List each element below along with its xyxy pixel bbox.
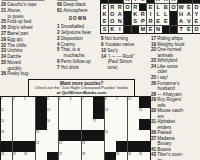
grid-cell: 30: [128, 152, 139, 160]
grid-cell: 15: [1, 119, 12, 130]
grid-cell: Y: [193, 11, 200, 18]
black-cell: [170, 18, 177, 25]
down-clues-column-3: 17 Riding whips19 Weighty book22 One-hor…: [151, 36, 200, 160]
grid-cell: [59, 108, 70, 119]
grid-cell: D: [193, 26, 200, 33]
cell-number: 29: [116, 152, 119, 155]
clue-number: 21: [1, 8, 7, 13]
grid-cell: 20: [105, 130, 116, 141]
clue-item: 17 Riding whips: [151, 36, 200, 41]
cell-number: 7: [82, 97, 84, 100]
black-cell: [47, 152, 58, 160]
grid-cell: [59, 119, 70, 130]
solution-letter: W: [178, 4, 185, 11]
ad-url-text: at QuillDriverBooks.com: [29, 90, 134, 95]
grid-cell: 3: [24, 97, 35, 108]
grid-cell: [116, 119, 127, 130]
clue-item: 27 Barrel part: [1, 31, 55, 37]
cell-number: 8: [105, 97, 107, 100]
solution-letter: I: [147, 11, 154, 18]
clue-item: 41 Boasts: [151, 147, 200, 152]
clue-number: 7: [57, 64, 61, 69]
clue-number: 37: [151, 136, 157, 141]
clue-number: 28: [151, 91, 157, 96]
grid-cell: [70, 141, 81, 152]
solution-letter: E: [101, 18, 108, 25]
solution-letter: K: [132, 11, 139, 18]
grid-cell: [36, 152, 47, 160]
grid-cell: [70, 152, 81, 160]
clue-item: 26 Ship's wheel: [1, 25, 55, 31]
solution-letter: R: [132, 4, 139, 11]
solution-letter: S: [132, 18, 139, 25]
cell-number: 17: [93, 119, 96, 122]
grid-cell: [70, 108, 81, 119]
clue-number: 36: [151, 130, 157, 135]
clue-item: 24 Like some cider: [151, 64, 200, 75]
clue-number: 43: [151, 152, 157, 157]
grid-cell: [128, 130, 139, 141]
solution-letter: V: [185, 18, 192, 25]
grid-cell: E: [101, 4, 108, 11]
grid-cell: 24: [1, 152, 12, 160]
clue-item: 29 Egg qty.: [1, 37, 55, 43]
grid-cell: 11: [1, 108, 12, 119]
grid-cell: [70, 119, 81, 130]
black-cell: [139, 4, 146, 11]
grid-cell: A: [116, 11, 123, 18]
clue-item: 31 Alphabet enders: [151, 119, 200, 130]
solution-letter: E: [193, 18, 200, 25]
cell-number: 27: [59, 152, 62, 155]
solution-letter: O: [170, 4, 177, 11]
grid-cell: I: [147, 11, 154, 18]
clue-number: 27: [1, 31, 7, 36]
cell-number: 1: [1, 97, 3, 100]
solution-letter: H: [178, 11, 185, 18]
grid-cell: 17: [93, 119, 104, 130]
grid-cell: L: [162, 11, 169, 18]
grid-cell: [13, 119, 24, 130]
down-clue-list-3: 17 Riding whips19 Weighty book22 One-hor…: [151, 36, 200, 160]
clue-number: 14: [101, 53, 107, 58]
grid-cell: [105, 119, 116, 130]
clue-number: 26: [1, 25, 7, 30]
grid-cell: [82, 108, 93, 119]
grid-cell: 7: [82, 97, 93, 108]
grid-cell: [93, 152, 104, 160]
grid-cell: E: [185, 26, 192, 33]
solution-letter: K: [101, 11, 108, 18]
cell-number: 22: [59, 141, 62, 144]
clue-number: 41: [151, 147, 157, 152]
grid-cell: E: [147, 4, 154, 11]
down-clue-list-1: 1 Snowballed2 Jellystone bear3 Dispositi…: [57, 24, 99, 70]
grid-cell: 8: [105, 97, 116, 108]
grid-cell: [24, 119, 35, 130]
grid-cell: N: [155, 26, 162, 33]
black-cell: [24, 141, 35, 152]
clue-item: 26 Fontanne's husband: [151, 80, 200, 91]
grid-cell: 13: [105, 108, 116, 119]
grid-cell: 22: [59, 141, 70, 152]
grid-cell: 16: [47, 119, 58, 130]
clue-item: 25 I say!: [151, 75, 200, 80]
clue-item: 8 Not burning: [101, 36, 149, 42]
cell-number: 30: [128, 152, 131, 155]
black-cell: [93, 108, 104, 119]
clue-number: 5: [57, 47, 61, 52]
clue-number: 31: [151, 119, 157, 124]
grid-cell: [128, 108, 139, 119]
solution-letter: E: [185, 26, 192, 33]
cropped-text-line: [58, 0, 78, 1]
black-cell: [36, 119, 47, 130]
black-cell: [116, 141, 127, 152]
black-cell: [93, 97, 104, 108]
clue-number: 35: [1, 60, 7, 65]
grid-cell: R: [139, 11, 146, 18]
solution-letter: L: [155, 11, 162, 18]
clue-number: 6: [57, 59, 61, 64]
grid-cell: M: [139, 26, 146, 33]
puzzle-grid: 1234567891011121314151617181920212223242…: [0, 96, 151, 160]
clue-item: 29 Roy Rogers' wife: [151, 97, 200, 108]
black-cell: [139, 97, 150, 108]
clue-number: 36: [1, 71, 7, 76]
clue-number: 34: [1, 54, 7, 59]
grid-cell: 1: [1, 97, 12, 108]
grid-cell: L: [155, 4, 162, 11]
black-cell: [124, 18, 131, 25]
clue-number: 17: [151, 36, 157, 41]
grid-cell: W: [178, 4, 185, 11]
grid-cell: O: [109, 11, 116, 18]
black-cell: [70, 130, 81, 141]
grid-cell: [47, 141, 58, 152]
clue-number: 23: [151, 58, 157, 63]
clue-item: 1 Snowballed: [57, 24, 99, 30]
cell-number: 16: [47, 119, 50, 122]
grid-cell: 27: [59, 152, 70, 160]
across-clue-tail-list: 60 Deep black61 Atmosphere: [57, 2, 99, 13]
solution-letter: D: [193, 26, 200, 33]
cell-number: 5: [59, 97, 61, 100]
cell-number: 11: [1, 108, 4, 111]
grid-cell: O: [124, 4, 131, 11]
clue-item: 3 Disposition: [57, 36, 99, 42]
grid-cell: 29: [116, 152, 127, 160]
clue-item: 7 Hot drink: [57, 64, 99, 70]
grid-cell: S: [101, 26, 108, 33]
solution-letter: B: [162, 4, 169, 11]
clue-item: 14 “I — — Rock” (Paul Simon tune): [101, 53, 149, 70]
cell-number: 31: [139, 152, 142, 155]
cropped-text-line: [2, 0, 45, 1]
ad-box: Want more puzzles? Check out the “Just R…: [28, 79, 135, 97]
clue-item: 32 The chills: [1, 42, 55, 48]
grid-cell: [116, 130, 127, 141]
solution-letter: R: [147, 18, 154, 25]
grid-cell: [24, 130, 35, 141]
grid-cell: V: [185, 18, 192, 25]
clue-number: 22: [151, 47, 157, 52]
clue-number: 60: [57, 2, 63, 7]
black-cell: [13, 141, 24, 152]
black-cell: [132, 26, 139, 33]
grid-cell: 10: [128, 97, 139, 108]
grid-cell: E: [101, 18, 108, 25]
solution-letter: Y: [193, 11, 200, 18]
black-cell: [59, 130, 70, 141]
cell-number: 15: [1, 119, 4, 122]
clue-item: 6 Perm follow-up: [57, 59, 99, 65]
clue-item: 36 Pasted: [151, 130, 200, 135]
grid-cell: E: [147, 26, 154, 33]
clue-number: 26: [151, 80, 157, 85]
black-cell: [124, 26, 131, 33]
grid-cell: [47, 130, 58, 141]
black-cell: [124, 11, 131, 18]
cell-number: 18: [1, 130, 4, 133]
down-clues-column-1: 60 Deep black61 Atmosphere DOWN 1 Snowba…: [57, 0, 99, 79]
grid-cell: O: [109, 18, 116, 25]
black-cell: [128, 141, 139, 152]
black-cell: [105, 152, 116, 160]
grid-cell: E: [155, 18, 162, 25]
cell-number: 23: [82, 141, 85, 144]
grid-cell: [139, 130, 150, 141]
clue-item: 34 Dazzle: [1, 54, 55, 60]
clue-number: 1: [57, 24, 61, 29]
solution-letter: P: [139, 18, 146, 25]
cell-number: 20: [105, 130, 108, 133]
cell-number: 4: [47, 97, 49, 100]
clue-item: 4 Cranny: [57, 41, 99, 47]
cell-number: 10: [128, 97, 131, 100]
grid-cell: 4: [47, 97, 58, 108]
down-clue-list-2: 8 Not burning9 Yucatan native10 Sec'y14 …: [101, 36, 149, 70]
black-cell: [82, 130, 93, 141]
solution-letter: O: [109, 11, 116, 18]
grid-cell: O: [170, 4, 177, 11]
cell-number: 12: [47, 108, 50, 111]
clue-number: 32: [1, 42, 7, 47]
grid-cell: S: [132, 18, 139, 25]
grid-cell: 14: [139, 108, 150, 119]
across-clues-column: 20 Gaucho's rope21 Above, to poets25 Fol…: [1, 0, 55, 79]
solution-letter: E: [162, 18, 169, 25]
grid-cell: [93, 141, 104, 152]
solution-letter: N: [155, 26, 162, 33]
solution-letter: O: [124, 4, 131, 11]
solution-letter: E: [147, 26, 154, 33]
solution-letter: E: [155, 18, 162, 25]
solution-grid: KTUAAHERRORELBOWEDKOAKRILLHAYEONSPREEAVE…: [100, 0, 200, 34]
clue-number: 25: [1, 19, 7, 24]
cell-number: 13: [105, 108, 108, 111]
grid-cell: 2: [13, 97, 24, 108]
clue-item: 2 Jellystone bear: [57, 30, 99, 36]
newspaper-crossword-page: 20 Gaucho's rope21 Above, to poets25 Fol…: [0, 0, 200, 160]
solution-letter: E: [101, 4, 108, 11]
grid-cell: R: [147, 18, 154, 25]
clue-number: 2: [57, 30, 61, 35]
grid-cell: B: [162, 4, 169, 11]
solution-letter: D: [193, 4, 200, 11]
clue-number: 10: [101, 48, 107, 53]
grid-cell: [116, 108, 127, 119]
cell-number: 9: [116, 97, 118, 100]
black-cell: [93, 130, 104, 141]
grid-cell: R: [109, 4, 116, 11]
clue-item: 25 Fold-up bed: [1, 19, 55, 25]
solution-letter: R: [116, 4, 123, 11]
clue-item: 9 Yucatan native: [101, 42, 149, 48]
black-cell: [170, 26, 177, 33]
solution-letter: L: [162, 11, 169, 18]
grid-cell: A: [185, 11, 192, 18]
black-cell: [36, 108, 47, 119]
solution-letter: M: [139, 26, 146, 33]
clue-number: 20: [1, 2, 7, 7]
clue-item: 21 Above, to poets: [1, 8, 55, 19]
grid-cell: 21: [36, 141, 47, 152]
solution-letter: L: [155, 4, 162, 11]
black-cell: [170, 11, 177, 18]
grid-cell: 28: [82, 152, 93, 160]
grid-cell: [128, 119, 139, 130]
clue-number: 8: [101, 36, 105, 41]
clue-item: 19 Weighty book: [151, 42, 200, 47]
solution-letter: A: [116, 11, 123, 18]
grid-cell: [13, 108, 24, 119]
clue-number: 9: [101, 42, 105, 47]
black-cell: [1, 141, 12, 152]
solution-letter: T: [178, 26, 185, 33]
grid-cell: E: [193, 18, 200, 25]
grid-cell: 23: [82, 141, 93, 152]
solution-letter: A: [178, 18, 185, 25]
grid-cell: N: [116, 18, 123, 25]
clue-item: 61 Atmosphere: [57, 8, 99, 14]
grid-cell: K: [109, 26, 116, 33]
clue-number: 25: [151, 75, 157, 80]
clue-item: 23 Whirlybird: [151, 58, 200, 63]
clue-item: 60 Deep black: [57, 2, 99, 8]
black-cell: [36, 97, 47, 108]
cell-number: 26: [24, 152, 27, 155]
grid-cell: 25: [13, 152, 24, 160]
cell-number: 24: [1, 152, 4, 155]
clue-item: 5 That, to a muchacha: [57, 47, 99, 58]
clue-number: 4: [57, 41, 61, 46]
grid-cell: 6: [70, 97, 81, 108]
grid-cell: I: [116, 26, 123, 33]
solution-letter: A: [185, 11, 192, 18]
black-cell: [162, 26, 169, 33]
grid-cell: E: [162, 18, 169, 25]
grid-cell: 12: [47, 108, 58, 119]
clue-number: 24: [151, 64, 157, 69]
grid-cell: R: [132, 4, 139, 11]
solution-letter: E: [185, 4, 192, 11]
grid-cell: L: [155, 11, 162, 18]
solution-letter: S: [101, 26, 108, 33]
clue-item: 28 — Khayyam: [151, 91, 200, 96]
clue-item: 10 Sec'y: [101, 48, 149, 54]
grid-cell: 5: [59, 97, 70, 108]
cell-number: 25: [13, 152, 16, 155]
cell-number: 21: [36, 141, 39, 144]
black-cell: [139, 119, 150, 130]
grid-cell: R: [116, 4, 123, 11]
grid-cell: T: [178, 26, 185, 33]
clue-item: 35 Moved quickly: [1, 60, 55, 71]
cell-number: 19: [36, 130, 39, 133]
solution-letter: I: [116, 26, 123, 33]
grid-cell: K: [132, 11, 139, 18]
grid-cell: 18: [1, 130, 12, 141]
clue-number: 30: [151, 108, 157, 113]
cell-number: 6: [70, 97, 72, 100]
black-cell: [139, 141, 150, 152]
solution-letter: K: [109, 26, 116, 33]
clue-item: 22 One-horned animals: [151, 47, 200, 58]
solution-letter: R: [109, 4, 116, 11]
grid-cell: 19: [36, 130, 47, 141]
cell-number: 3: [24, 97, 26, 100]
clue-number: 33: [1, 48, 7, 53]
grid-cell: D: [193, 4, 200, 11]
solution-letter: E: [147, 4, 154, 11]
clue-item: 36 Pesky bug: [1, 71, 55, 77]
clue-number: 3: [57, 36, 61, 41]
clue-number: 19: [151, 42, 157, 47]
grid-cell: K: [101, 11, 108, 18]
grid-cell: 9: [116, 97, 127, 108]
solution-letter: R: [139, 11, 146, 18]
cell-number: 2: [13, 97, 15, 100]
solution-letter: O: [109, 18, 116, 25]
grid-cell: 31: [139, 152, 150, 160]
clue-item: 30 Mouse catch- ers: [151, 108, 200, 119]
grid-cell: [82, 119, 93, 130]
across-clue-list: 20 Gaucho's rope21 Above, to poets25 Fol…: [1, 2, 55, 77]
clue-number: 29: [1, 37, 7, 42]
down-heading: DOWN: [57, 16, 99, 22]
grid-cell: H: [178, 11, 185, 18]
grid-cell: [105, 141, 116, 152]
clue-item: 43 Tiber's coun- try: [151, 152, 200, 160]
cell-number: 28: [82, 152, 85, 155]
grid-cell: 26: [24, 152, 35, 160]
clue-number: 61: [57, 8, 63, 13]
clue-number: 29: [151, 97, 157, 102]
grid-cell: A: [178, 18, 185, 25]
clue-item: 20 Gaucho's rope: [1, 2, 55, 8]
grid-cell: [13, 130, 24, 141]
clue-item: 33 Urchins: [1, 48, 55, 54]
grid-cell: P: [139, 18, 146, 25]
grid-cell: E: [185, 4, 192, 11]
solution-letter: N: [116, 18, 123, 25]
grid-cell: [24, 108, 35, 119]
cell-number: 14: [139, 108, 142, 111]
clue-item: 37 Madame Bovary: [151, 136, 200, 147]
